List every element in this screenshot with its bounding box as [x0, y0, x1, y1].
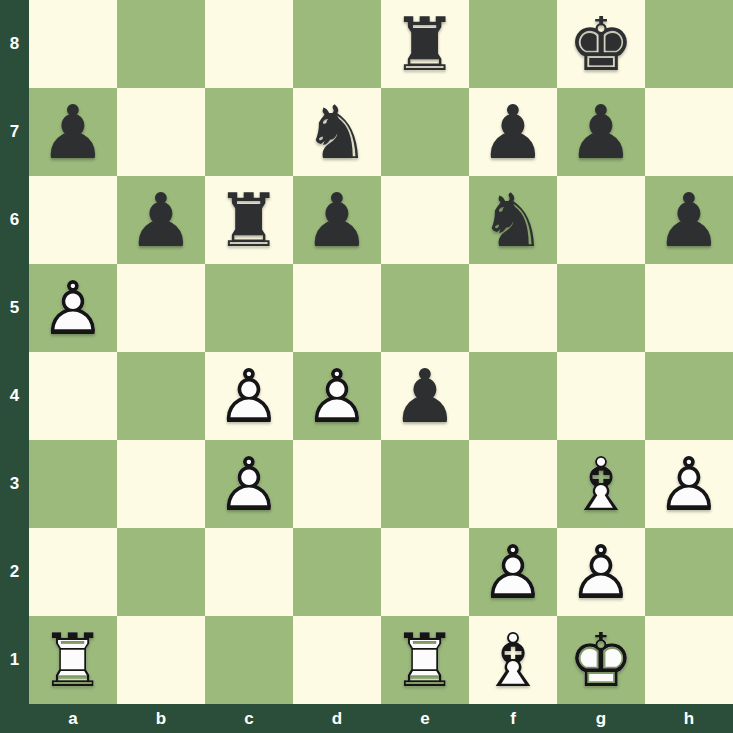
square-h4[interactable]	[645, 352, 733, 440]
rank-label-1: 1	[0, 616, 29, 704]
square-c5[interactable]	[205, 264, 293, 352]
rank-label-4: 4	[0, 352, 29, 440]
square-e6[interactable]	[381, 176, 469, 264]
piece-white-pawn: ♟♙	[557, 528, 645, 616]
square-a8[interactable]	[29, 0, 117, 88]
square-e8[interactable]: ♜	[381, 0, 469, 88]
square-d6[interactable]: ♟	[293, 176, 381, 264]
square-e5[interactable]	[381, 264, 469, 352]
piece-black-pawn: ♟	[469, 88, 557, 176]
square-g3[interactable]: ♝♗	[557, 440, 645, 528]
piece-black-rook: ♜	[381, 0, 469, 88]
piece-white-pawn: ♟♙	[645, 440, 733, 528]
square-f4[interactable]	[469, 352, 557, 440]
file-labels: abcdefgh	[29, 704, 733, 733]
square-c2[interactable]	[205, 528, 293, 616]
square-b4[interactable]	[117, 352, 205, 440]
piece-white-king: ♚♔	[557, 616, 645, 704]
square-h5[interactable]	[645, 264, 733, 352]
square-h6[interactable]: ♟	[645, 176, 733, 264]
file-label-e: e	[381, 704, 469, 733]
piece-white-bishop: ♝♗	[557, 440, 645, 528]
piece-black-knight: ♞	[469, 176, 557, 264]
rank-label-3: 3	[0, 440, 29, 528]
square-d5[interactable]	[293, 264, 381, 352]
square-f6[interactable]: ♞	[469, 176, 557, 264]
square-e3[interactable]	[381, 440, 469, 528]
square-g4[interactable]	[557, 352, 645, 440]
square-f8[interactable]	[469, 0, 557, 88]
piece-black-pawn: ♟	[645, 176, 733, 264]
piece-black-king: ♚	[557, 0, 645, 88]
square-b8[interactable]	[117, 0, 205, 88]
square-d7[interactable]: ♞	[293, 88, 381, 176]
piece-white-pawn: ♟♙	[469, 528, 557, 616]
square-e4[interactable]: ♟	[381, 352, 469, 440]
rank-label-6: 6	[0, 176, 29, 264]
square-e7[interactable]	[381, 88, 469, 176]
square-g8[interactable]: ♚	[557, 0, 645, 88]
square-d2[interactable]	[293, 528, 381, 616]
file-label-h: h	[645, 704, 733, 733]
square-d3[interactable]	[293, 440, 381, 528]
piece-white-rook: ♜♖	[29, 616, 117, 704]
square-b7[interactable]	[117, 88, 205, 176]
square-f2[interactable]: ♟♙	[469, 528, 557, 616]
square-d4[interactable]: ♟♙	[293, 352, 381, 440]
square-a3[interactable]	[29, 440, 117, 528]
square-b1[interactable]	[117, 616, 205, 704]
square-c7[interactable]	[205, 88, 293, 176]
square-a7[interactable]: ♟	[29, 88, 117, 176]
file-label-g: g	[557, 704, 645, 733]
rank-label-8: 8	[0, 0, 29, 88]
square-c1[interactable]	[205, 616, 293, 704]
piece-black-knight: ♞	[293, 88, 381, 176]
chess-board: ♜♚♟♞♟♟♟♜♟♞♟♟♙♟♙♟♙♟♟♙♝♗♟♙♟♙♟♙♜♖♜♖♝♗♚♔	[29, 0, 733, 704]
square-a4[interactable]	[29, 352, 117, 440]
square-b5[interactable]	[117, 264, 205, 352]
file-label-c: c	[205, 704, 293, 733]
square-f5[interactable]	[469, 264, 557, 352]
piece-white-pawn: ♟♙	[205, 440, 293, 528]
file-label-f: f	[469, 704, 557, 733]
square-h8[interactable]	[645, 0, 733, 88]
rank-labels: 87654321	[0, 0, 29, 704]
square-b2[interactable]	[117, 528, 205, 616]
square-g2[interactable]: ♟♙	[557, 528, 645, 616]
square-g7[interactable]: ♟	[557, 88, 645, 176]
square-f7[interactable]: ♟	[469, 88, 557, 176]
square-a2[interactable]	[29, 528, 117, 616]
square-a6[interactable]	[29, 176, 117, 264]
square-h2[interactable]	[645, 528, 733, 616]
square-f1[interactable]: ♝♗	[469, 616, 557, 704]
piece-white-pawn: ♟♙	[293, 352, 381, 440]
piece-black-pawn: ♟	[117, 176, 205, 264]
square-f3[interactable]	[469, 440, 557, 528]
file-label-a: a	[29, 704, 117, 733]
square-h7[interactable]	[645, 88, 733, 176]
square-a5[interactable]: ♟♙	[29, 264, 117, 352]
square-b6[interactable]: ♟	[117, 176, 205, 264]
piece-white-rook: ♜♖	[381, 616, 469, 704]
square-c3[interactable]: ♟♙	[205, 440, 293, 528]
piece-black-rook: ♜	[205, 176, 293, 264]
rank-label-2: 2	[0, 528, 29, 616]
square-h1[interactable]	[645, 616, 733, 704]
file-label-b: b	[117, 704, 205, 733]
piece-black-pawn: ♟	[293, 176, 381, 264]
square-c6[interactable]: ♜	[205, 176, 293, 264]
square-c8[interactable]	[205, 0, 293, 88]
piece-white-pawn: ♟♙	[205, 352, 293, 440]
piece-black-pawn: ♟	[557, 88, 645, 176]
square-h3[interactable]: ♟♙	[645, 440, 733, 528]
piece-black-pawn: ♟	[29, 88, 117, 176]
square-a1[interactable]: ♜♖	[29, 616, 117, 704]
square-g5[interactable]	[557, 264, 645, 352]
square-g6[interactable]	[557, 176, 645, 264]
rank-label-7: 7	[0, 88, 29, 176]
piece-black-pawn: ♟	[381, 352, 469, 440]
square-g1[interactable]: ♚♔	[557, 616, 645, 704]
square-e2[interactable]	[381, 528, 469, 616]
piece-white-pawn: ♟♙	[29, 264, 117, 352]
chess-app: 87654321 ♜♚♟♞♟♟♟♜♟♞♟♟♙♟♙♟♙♟♟♙♝♗♟♙♟♙♟♙♜♖♜…	[0, 0, 733, 733]
square-d1[interactable]	[293, 616, 381, 704]
square-e1[interactable]: ♜♖	[381, 616, 469, 704]
file-label-d: d	[293, 704, 381, 733]
square-b3[interactable]	[117, 440, 205, 528]
rank-label-5: 5	[0, 264, 29, 352]
square-d8[interactable]	[293, 0, 381, 88]
piece-white-bishop: ♝♗	[469, 616, 557, 704]
square-c4[interactable]: ♟♙	[205, 352, 293, 440]
board-border-corner	[0, 704, 29, 733]
